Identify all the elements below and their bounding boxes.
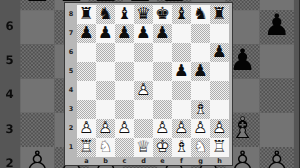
black-pawn-d7: ♟ (134, 24, 153, 43)
square-d1[interactable]: ♛♕ (134, 138, 153, 157)
white-rook-h1: ♜♖ (210, 138, 229, 157)
square-a8[interactable]: ♜ (77, 5, 96, 24)
square-e7[interactable]: ♟ (153, 24, 172, 43)
white-pawn-e2: ♟♙ (153, 119, 172, 138)
piece-glyph: ♟ (210, 43, 229, 62)
black-pawn-e7: ♟ (153, 24, 172, 43)
square-d4[interactable]: ♟♙ (134, 81, 153, 100)
square-a4 (20, 79, 54, 113)
piece-glyph: ♟ (115, 24, 134, 43)
white-pawn-g2: ♟♙ (191, 119, 210, 138)
square-b8[interactable]: ♞ (96, 5, 115, 24)
piece-glyph: ♖ (77, 138, 96, 157)
white-pawn-f2: ♟♙ (172, 119, 191, 138)
square-a4[interactable] (77, 81, 96, 100)
piece-glyph: ♚ (153, 5, 172, 24)
square-c1[interactable] (115, 138, 134, 157)
square-c8[interactable]: ♝ (115, 5, 134, 24)
square-d7[interactable]: ♟ (134, 24, 153, 43)
square-h7[interactable] (210, 24, 229, 43)
square-c4[interactable] (115, 81, 134, 100)
black-pawn-h6: ♟ (260, 10, 294, 44)
square-g4[interactable] (191, 81, 210, 100)
square-e5[interactable] (153, 62, 172, 81)
black-pawn-a7: ♟ (77, 24, 96, 43)
piece-glyph: ♗ (172, 138, 191, 157)
white-pawn-a2: ♟♙ (20, 147, 54, 168)
piece-glyph: ♛ (134, 5, 153, 24)
file-label-h: h (210, 157, 229, 165)
square-h4 (260, 79, 294, 113)
square-a5 (20, 44, 54, 78)
square-e4[interactable] (153, 81, 172, 100)
square-h8[interactable]: ♜ (210, 5, 229, 24)
square-c6[interactable] (115, 43, 134, 62)
square-a3 (20, 113, 54, 147)
black-pawn-h6: ♟ (210, 43, 229, 62)
piece-glyph: ♞ (96, 5, 115, 24)
rank-label-2: 2 (0, 147, 20, 168)
square-f1[interactable]: ♝♗ (172, 138, 191, 157)
white-pawn-h2: ♟♙ (260, 147, 294, 168)
square-c2[interactable]: ♟♙ (115, 119, 134, 138)
white-knight-b1: ♞♘ (96, 138, 115, 157)
file-label-g: g (191, 157, 210, 165)
square-f2[interactable]: ♟♙ (172, 119, 191, 138)
square-b4[interactable] (96, 81, 115, 100)
board-corner (65, 157, 77, 165)
square-a1[interactable]: ♜♖ (77, 138, 96, 157)
square-a2: ♟♙ (20, 147, 54, 168)
square-b6[interactable] (96, 43, 115, 62)
square-h2[interactable]: ♟♙ (210, 119, 229, 138)
square-b1[interactable]: ♞♘ (96, 138, 115, 157)
square-g3[interactable]: ♝♗ (191, 100, 210, 119)
piece-glyph: ♕ (134, 138, 153, 157)
black-knight-g8: ♞ (191, 5, 210, 24)
square-b5[interactable] (96, 62, 115, 81)
piece-glyph: ♟ (134, 24, 153, 43)
black-king-e8: ♚ (153, 5, 172, 24)
square-a6[interactable] (77, 43, 96, 62)
white-pawn-b2: ♟♙ (96, 119, 115, 138)
piece-glyph: ♜ (77, 5, 96, 24)
piece-glyph: ♝ (115, 5, 134, 24)
square-e3[interactable] (153, 100, 172, 119)
square-h3[interactable] (210, 100, 229, 119)
piece-glyph: ♝ (172, 5, 191, 24)
black-pawn-g5: ♟ (191, 62, 210, 81)
white-bishop-g3: ♝♗ (191, 100, 210, 119)
piece-glyph: ♙ (260, 147, 294, 168)
piece-glyph: ♙ (20, 147, 54, 168)
file-label-c: c (115, 157, 134, 165)
square-a5[interactable] (77, 62, 96, 81)
square-f8[interactable]: ♝ (172, 5, 191, 24)
square-d8[interactable]: ♛ (134, 5, 153, 24)
square-a7: ♟ (20, 0, 54, 10)
square-g1[interactable]: ♞♘ (191, 138, 210, 157)
rank-label-8: 8 (65, 5, 77, 24)
square-a6 (20, 10, 54, 44)
square-h4[interactable] (210, 81, 229, 100)
white-rook-a1: ♜♖ (77, 138, 96, 157)
piece-glyph: ♙ (191, 119, 210, 138)
square-f5[interactable]: ♟ (172, 62, 191, 81)
square-h6[interactable]: ♟ (210, 43, 229, 62)
square-d3[interactable] (134, 100, 153, 119)
piece-glyph: ♖ (210, 138, 229, 157)
rank-label-6: 6 (65, 43, 77, 62)
square-d6[interactable] (134, 43, 153, 62)
piece-glyph: ♟ (20, 0, 54, 10)
chess-video-frame: 8♜♞♝♛♚♝♞♜7♟♟♟♟♟6♟5♟♟4♟♙3♝♗2♟♙♟♙♟♙♟♙♟♙♟♙♟… (0, 0, 300, 168)
square-g6[interactable] (191, 43, 210, 62)
black-pawn-b7: ♟ (96, 24, 115, 43)
square-e1[interactable]: ♚♔ (153, 138, 172, 157)
piece-glyph: ♘ (191, 138, 210, 157)
square-e2[interactable]: ♟♙ (153, 119, 172, 138)
file-label-f: f (172, 157, 191, 165)
white-knight-g1: ♞♘ (191, 138, 210, 157)
piece-glyph: ♙ (210, 119, 229, 138)
square-h1[interactable]: ♜♖ (210, 138, 229, 157)
square-b7[interactable]: ♟ (96, 24, 115, 43)
rank-label-3: 3 (0, 113, 20, 147)
file-label-b: b (96, 157, 115, 165)
black-bishop-c8: ♝ (115, 5, 134, 24)
square-b2[interactable]: ♟♙ (96, 119, 115, 138)
file-label-e: e (153, 157, 172, 165)
square-g2[interactable]: ♟♙ (191, 119, 210, 138)
piece-glyph: ♟ (77, 24, 96, 43)
white-pawn-d4: ♟♙ (134, 81, 153, 100)
square-h3 (260, 113, 294, 147)
piece-glyph: ♟ (260, 10, 294, 44)
rank-label-3: 3 (65, 100, 77, 119)
square-g5[interactable]: ♟ (191, 62, 210, 81)
square-f3[interactable] (172, 100, 191, 119)
piece-glyph: ♙ (77, 119, 96, 138)
rank-label-5: 5 (0, 44, 20, 78)
square-a3[interactable] (77, 100, 96, 119)
piece-glyph: ♙ (153, 119, 172, 138)
piece-glyph: ♟ (172, 62, 191, 81)
white-queen-d1: ♛♕ (134, 138, 153, 157)
black-knight-b8: ♞ (96, 5, 115, 24)
piece-glyph: ♔ (153, 138, 172, 157)
file-label-a: a (77, 157, 96, 165)
black-rook-h8: ♜ (210, 5, 229, 24)
square-f6[interactable] (172, 43, 191, 62)
black-bishop-f8: ♝ (172, 5, 191, 24)
square-f4[interactable] (172, 81, 191, 100)
rank-label-1: 1 (65, 138, 77, 157)
square-a7[interactable]: ♟ (77, 24, 96, 43)
rank-label-4: 4 (65, 81, 77, 100)
square-c7[interactable]: ♟ (115, 24, 134, 43)
black-pawn-c7: ♟ (115, 24, 134, 43)
rank-label-4: 4 (0, 79, 20, 113)
black-queen-d8: ♛ (134, 5, 153, 24)
square-g7[interactable] (191, 24, 210, 43)
square-e8[interactable]: ♚ (153, 5, 172, 24)
piece-glyph: ♞ (191, 5, 210, 24)
black-rook-a8: ♜ (77, 5, 96, 24)
white-pawn-a2: ♟♙ (77, 119, 96, 138)
square-f7[interactable] (172, 24, 191, 43)
square-e6[interactable] (153, 43, 172, 62)
piece-glyph: ♘ (96, 138, 115, 157)
piece-glyph: ♟ (191, 62, 210, 81)
piece-glyph: ♙ (96, 119, 115, 138)
piece-glyph: ♟ (96, 24, 115, 43)
square-h5[interactable] (210, 62, 229, 81)
white-pawn-c2: ♟♙ (115, 119, 134, 138)
piece-glyph: ♙ (115, 119, 134, 138)
white-pawn-h2: ♟♙ (210, 119, 229, 138)
white-king-e1: ♚♔ (153, 138, 172, 157)
white-bishop-f1: ♝♗ (172, 138, 191, 157)
square-g8[interactable]: ♞ (191, 5, 210, 24)
square-c3[interactable] (115, 100, 134, 119)
square-a2[interactable]: ♟♙ (77, 119, 96, 138)
piece-glyph: ♙ (134, 81, 153, 100)
rank-label-7: 7 (0, 0, 20, 10)
square-h2: ♟♙ (260, 147, 294, 168)
rank-label-5: 5 (65, 62, 77, 81)
square-c5[interactable] (115, 62, 134, 81)
piece-glyph: ♗ (191, 100, 210, 119)
black-pawn-a7: ♟ (20, 0, 54, 10)
square-h5 (260, 44, 294, 78)
chessboard: 8♜♞♝♛♚♝♞♜7♟♟♟♟♟6♟5♟♟4♟♙3♝♗2♟♙♟♙♟♙♟♙♟♙♟♙♟… (64, 2, 233, 166)
piece-glyph: ♟ (153, 24, 172, 43)
rank-label-7: 7 (65, 24, 77, 43)
square-d2[interactable] (134, 119, 153, 138)
file-label-d: d (134, 157, 153, 165)
rank-label-2: 2 (65, 119, 77, 138)
black-pawn-f5: ♟ (172, 62, 191, 81)
square-b3[interactable] (96, 100, 115, 119)
square-h6: ♟ (260, 10, 294, 44)
rank-label-6: 6 (0, 10, 20, 44)
square-d5[interactable] (134, 62, 153, 81)
piece-glyph: ♙ (172, 119, 191, 138)
piece-glyph: ♜ (210, 5, 229, 24)
